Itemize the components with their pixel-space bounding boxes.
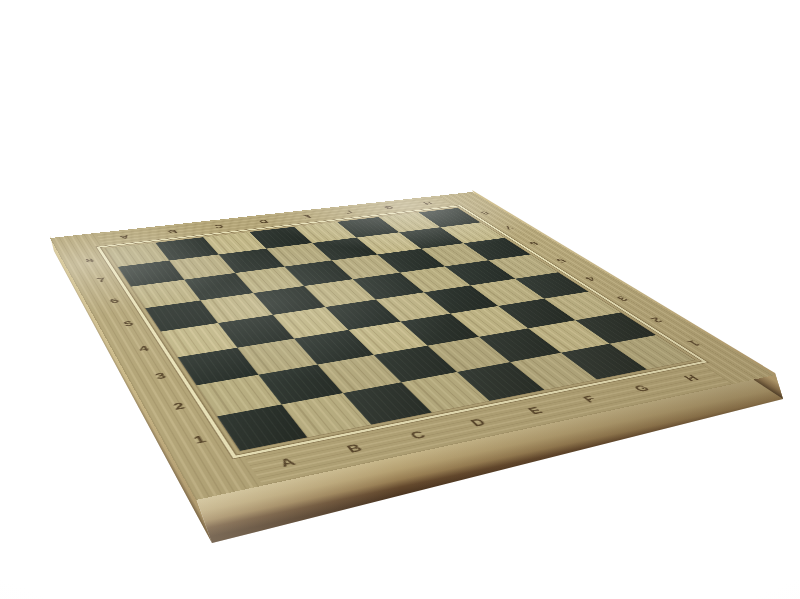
file-label-top-f: F — [343, 210, 354, 214]
file-label-top-e: E — [301, 214, 313, 219]
file-label-bottom-b: B — [344, 442, 364, 454]
rank-label-right-2: 2 — [649, 316, 666, 323]
rank-label-left-6: 6 — [108, 297, 120, 304]
rank-label-left-3: 3 — [153, 371, 168, 381]
rank-label-right-4: 4 — [583, 276, 598, 282]
file-label-bottom-e: E — [526, 406, 545, 416]
rank-label-left-8: 8 — [84, 257, 95, 263]
file-label-bottom-d: D — [468, 417, 488, 428]
rank-label-right-1: 1 — [685, 339, 703, 347]
board-field — [106, 208, 695, 451]
file-label-top-g: G — [382, 205, 395, 210]
rank-label-left-4: 4 — [137, 344, 151, 353]
file-label-top-d: D — [257, 219, 269, 224]
file-label-top-h: H — [422, 201, 435, 205]
file-label-top-c: C — [213, 224, 225, 229]
rank-label-right-8: 8 — [479, 211, 491, 216]
file-label-bottom-h: H — [681, 373, 701, 382]
photo-background: AA88BB77CC66DD55EE44FF33GG22HH11 — [0, 0, 800, 599]
file-label-bottom-g: G — [631, 384, 652, 394]
rank-label-right-5: 5 — [554, 258, 568, 264]
rank-label-left-1: 1 — [191, 433, 208, 445]
rank-label-right-7: 7 — [502, 225, 515, 230]
file-label-bottom-f: F — [580, 394, 598, 404]
rank-label-left-2: 2 — [171, 400, 187, 411]
file-label-bottom-c: C — [408, 429, 428, 440]
rank-label-left-7: 7 — [95, 276, 107, 283]
file-label-top-b: B — [166, 229, 178, 234]
rank-label-right-3: 3 — [615, 295, 631, 302]
rank-label-right-6: 6 — [528, 241, 541, 246]
file-label-bottom-a: A — [277, 456, 297, 468]
chess-board: AA88BB77CC66DD55EE44FF33GG22HH11 — [50, 192, 775, 500]
file-label-top-a: A — [118, 234, 130, 239]
rank-label-left-5: 5 — [122, 319, 135, 327]
